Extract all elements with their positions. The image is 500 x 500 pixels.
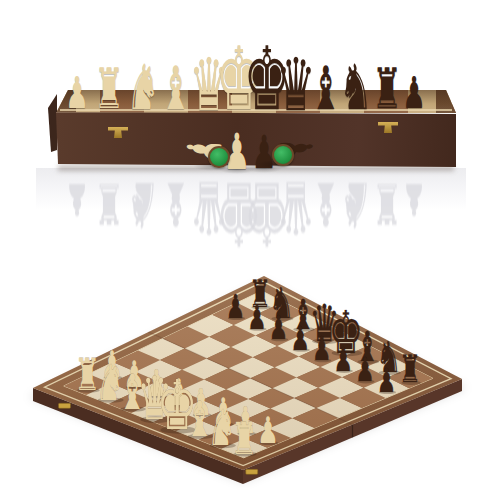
piece-black-pawn-g7: ♟ — [355, 351, 374, 390]
piece-black-pawn-h7: ♟ — [377, 361, 396, 400]
piece-black-pawn-c7: ♟ — [269, 308, 288, 347]
piece-black-pawn-e7: ♟ — [312, 330, 331, 369]
product-photo: ♟♜♞♝♛♚♚♛♝♞♜♟ ♟♜♞♝♛♚♚♛♝♞♜♟ ♟♟♟♟ ♜♞♟♝♟♛♟♚♟… — [0, 0, 500, 500]
piece-white-rook-h1: ♜ — [231, 412, 257, 464]
piece-black-rook-h8: ♜ — [399, 347, 421, 392]
piece-black-pawn-a7: ♟ — [226, 287, 245, 326]
piece-black-pawn-b7: ♟ — [247, 298, 266, 337]
chessboard: ♜♞♟♝♟♛♟♚♟♟♝♟♞♟♟♜♟♜♟♟♞♟♝♟♛♟♚♟♝♟♞♜ — [0, 0, 500, 500]
piece-white-pawn-h2: ♟ — [257, 408, 279, 450]
piece-black-pawn-d7: ♟ — [290, 319, 309, 358]
piece-black-pawn-f7: ♟ — [334, 340, 353, 379]
brass-latch-edge-left — [59, 403, 71, 408]
brass-latch-near — [246, 469, 258, 474]
open-board-view: ♜♞♟♝♟♛♟♚♟♟♝♟♞♟♟♜♟♜♟♟♞♟♝♟♛♟♚♟♝♟♞♜ — [0, 0, 500, 500]
